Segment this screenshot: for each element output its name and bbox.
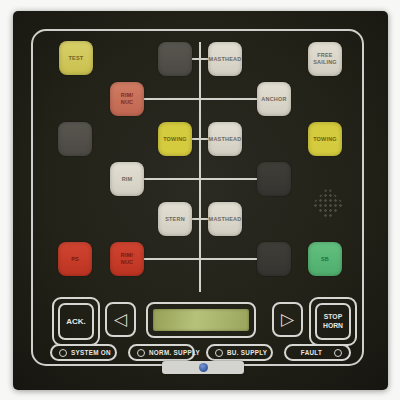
indicator-label: NORM. SUPPLY xyxy=(149,349,200,356)
mast-line-rim xyxy=(144,178,257,180)
key-label: RIM/ NUC xyxy=(121,252,134,266)
sb-button[interactable]: SB xyxy=(308,242,342,276)
bu-supply-indicator: BU. SUPPLY xyxy=(206,344,273,361)
bu-supply-led-icon xyxy=(215,349,223,357)
rim-button[interactable]: RIM xyxy=(110,162,144,196)
system-on-led-icon xyxy=(59,349,67,357)
key-label: TEST xyxy=(69,55,84,62)
blank-right-low-button[interactable] xyxy=(257,242,291,276)
control-panel: TEST MASTHEAD FREE SAILING RIM/ NUC ANCH… xyxy=(13,11,388,390)
key-label: TOWING xyxy=(163,136,187,143)
fault-led-icon xyxy=(334,349,342,357)
indicator-label: SYSTEM ON xyxy=(71,349,111,356)
norm-supply-led-icon xyxy=(137,349,145,357)
stern-button[interactable]: STERN xyxy=(158,202,192,236)
key-label: MASTHEAD xyxy=(209,56,242,63)
ps-button[interactable]: PS xyxy=(58,242,92,276)
lcd-frame xyxy=(146,302,256,338)
blank-right-mid-button[interactable] xyxy=(257,162,291,196)
masthead-middle-button[interactable]: MASTHEAD xyxy=(208,122,242,156)
key-label: TOWING xyxy=(313,136,337,143)
rim-nuc-lower-button[interactable]: RIM/ NUC xyxy=(110,242,144,276)
fault-indicator: FAULT xyxy=(284,344,351,361)
mast-line-nuc xyxy=(144,258,257,260)
key-label: ANCHOR xyxy=(261,96,286,103)
key-label: RIM xyxy=(122,176,133,183)
towing-center-button[interactable]: TOWING xyxy=(158,122,192,156)
key-label: STERN xyxy=(165,216,185,223)
masthead-lower-button[interactable]: MASTHEAD xyxy=(208,202,242,236)
test-button[interactable]: TEST xyxy=(59,41,93,75)
towing-right-button[interactable]: TOWING xyxy=(308,122,342,156)
key-label: PS xyxy=(71,256,79,263)
key-label: MASTHEAD xyxy=(209,216,242,223)
arrow-left-button[interactable]: ◁ xyxy=(105,302,136,337)
arrow-right-icon: ▷ xyxy=(281,311,294,328)
norm-supply-indicator: NORM. SUPPLY xyxy=(128,344,195,361)
key-label: SB xyxy=(321,256,329,263)
blank-top-button[interactable] xyxy=(158,42,192,76)
blank-left-button[interactable] xyxy=(58,122,92,156)
ack-button[interactable]: ACK. xyxy=(58,303,94,340)
anchor-button[interactable]: ANCHOR xyxy=(257,82,291,116)
lcd-display xyxy=(153,309,249,331)
free-sailing-button[interactable]: FREE SAILING xyxy=(308,42,342,76)
indicator-label: BU. SUPPLY xyxy=(227,349,267,356)
stop-horn-button[interactable]: STOP HORN xyxy=(315,303,351,340)
arrow-left-icon: ◁ xyxy=(114,311,127,328)
key-label: MASTHEAD xyxy=(209,136,242,143)
mast-diagram-vertical-line xyxy=(199,42,201,292)
arrow-right-button[interactable]: ▷ xyxy=(272,302,303,337)
key-label: RIM/ NUC xyxy=(121,92,134,106)
indicator-label: FAULT xyxy=(293,349,330,356)
brand-logo-icon xyxy=(199,363,208,372)
mast-line-anchor xyxy=(144,98,257,100)
key-label: FREE SAILING xyxy=(313,52,337,66)
brand-logo-bar xyxy=(162,361,244,374)
system-on-indicator: SYSTEM ON xyxy=(50,344,117,361)
masthead-top-button[interactable]: MASTHEAD xyxy=(208,42,242,76)
rim-nuc-upper-button[interactable]: RIM/ NUC xyxy=(110,82,144,116)
